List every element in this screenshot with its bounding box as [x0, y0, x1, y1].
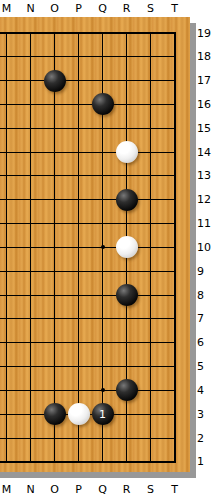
black-stone-O3[interactable]: [44, 403, 66, 425]
col-label-bottom-M: M: [0, 483, 15, 496]
move-number: 1: [99, 409, 106, 420]
grid-line-col-S: [150, 32, 151, 463]
grid-line-col-O: [54, 32, 55, 463]
col-label-bottom-T: T: [167, 483, 183, 496]
black-stone-Q16[interactable]: [92, 93, 114, 115]
row-label-18: 18: [197, 50, 212, 63]
row-label-16: 16: [197, 98, 212, 111]
col-label-bottom-S: S: [143, 483, 159, 496]
grid-line-col-P: [78, 32, 79, 463]
black-stone-O17[interactable]: [44, 70, 66, 92]
col-label-top-T: T: [167, 2, 183, 15]
white-stone-R10[interactable]: [116, 236, 138, 258]
black-stone-Q3[interactable]: 1: [92, 403, 114, 425]
row-label-9: 9: [197, 265, 212, 278]
row-label-5: 5: [197, 360, 212, 373]
row-label-2: 2: [197, 432, 212, 445]
black-stone-R8[interactable]: [116, 284, 138, 306]
col-label-bottom-O: O: [47, 483, 63, 496]
col-label-bottom-R: R: [119, 483, 135, 496]
col-label-top-O: O: [47, 2, 63, 15]
row-label-7: 7: [197, 312, 212, 325]
row-label-10: 10: [197, 241, 212, 254]
row-label-6: 6: [197, 336, 212, 349]
col-label-bottom-P: P: [71, 483, 87, 496]
col-label-bottom-Q: Q: [95, 483, 111, 496]
col-label-top-S: S: [143, 2, 159, 15]
row-label-15: 15: [197, 122, 212, 135]
row-label-1: 1: [197, 455, 212, 468]
row-label-8: 8: [197, 289, 212, 302]
col-label-top-Q: Q: [95, 2, 111, 15]
row-label-13: 13: [197, 169, 212, 182]
row-label-11: 11: [197, 217, 212, 230]
row-label-4: 4: [197, 384, 212, 397]
board-shadow: [0, 472, 196, 478]
grid-line-col-M: [6, 32, 7, 463]
black-stone-R12[interactable]: [116, 189, 138, 211]
col-label-bottom-N: N: [23, 483, 39, 496]
col-label-top-N: N: [23, 2, 39, 15]
white-stone-R14[interactable]: [116, 141, 138, 163]
go-diagram: 1 MNOPQRST MNOPQRST 19181716151413121110…: [0, 0, 212, 500]
board-shadow: [190, 23, 196, 477]
white-stone-P3[interactable]: [68, 403, 90, 425]
col-label-top-R: R: [119, 2, 135, 15]
row-label-3: 3: [197, 408, 212, 421]
grid-line-col-N: [30, 32, 31, 463]
black-stone-R4[interactable]: [116, 379, 138, 401]
row-label-19: 19: [197, 27, 212, 40]
row-label-14: 14: [197, 146, 212, 159]
row-label-12: 12: [197, 193, 212, 206]
col-label-top-P: P: [71, 2, 87, 15]
grid-line-col-T: [174, 32, 176, 463]
row-label-17: 17: [197, 74, 212, 87]
col-label-top-M: M: [0, 2, 15, 15]
go-board[interactable]: 1: [0, 17, 190, 472]
